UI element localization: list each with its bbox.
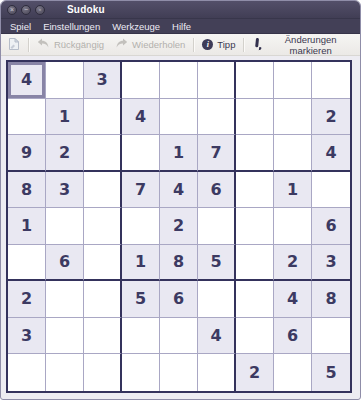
sudoku-cell-r6c8[interactable]: 8 — [312, 281, 350, 318]
sudoku-cell-r8c1[interactable] — [46, 354, 84, 391]
sudoku-cell-r0c7[interactable] — [274, 62, 312, 99]
window-controls: × − ▫ — [7, 5, 45, 15]
board-area: 43142921748374611266185232564834625 — [1, 56, 360, 393]
track-changes-button[interactable]: Änderungen markieren — [249, 33, 356, 57]
sudoku-cell-r2c5[interactable]: 7 — [198, 135, 236, 172]
redo-label: Wiederholen — [132, 39, 185, 50]
sudoku-cell-r1c4[interactable] — [160, 99, 198, 136]
toolbar-separator — [28, 38, 29, 52]
new-game-button[interactable] — [5, 36, 23, 54]
sudoku-cell-r0c0[interactable]: 4 — [8, 62, 46, 99]
sudoku-cell-r4c5[interactable] — [198, 208, 236, 245]
sudoku-cell-r3c0[interactable]: 8 — [8, 172, 46, 209]
sudoku-cell-r8c6[interactable]: 2 — [236, 354, 274, 391]
menu-spiel[interactable]: Spiel — [5, 20, 36, 33]
menu-werkzeuge[interactable]: Werkzeuge — [107, 20, 165, 33]
sudoku-cell-r3c2[interactable] — [84, 172, 122, 209]
sudoku-cell-r7c0[interactable]: 3 — [8, 318, 46, 355]
track-changes-label: Änderungen markieren — [268, 34, 353, 56]
sudoku-cell-r2c3[interactable] — [122, 135, 160, 172]
sudoku-cell-r8c8[interactable]: 5 — [312, 354, 350, 391]
sudoku-cell-r3c8[interactable] — [312, 172, 350, 209]
sudoku-window: × − ▫ Sudoku Spiel Einstellungen Werkzeu… — [0, 0, 361, 400]
sudoku-cell-r0c4[interactable] — [160, 62, 198, 99]
sudoku-cell-r8c7[interactable] — [274, 354, 312, 391]
toolbar: Rückgängig Wiederholen i Tipp Änderunge — [1, 34, 360, 56]
sudoku-cell-r4c4[interactable]: 2 — [160, 208, 198, 245]
sudoku-cell-r0c8[interactable] — [312, 62, 350, 99]
sudoku-cell-r3c6[interactable] — [236, 172, 274, 209]
sudoku-cell-r3c5[interactable]: 6 — [198, 172, 236, 209]
sudoku-cell-r6c5[interactable] — [198, 281, 236, 318]
sudoku-cell-r7c3[interactable] — [122, 318, 160, 355]
sudoku-cell-r6c6[interactable] — [236, 281, 274, 318]
sudoku-cell-r3c7[interactable]: 1 — [274, 172, 312, 209]
sudoku-cell-r7c6[interactable] — [236, 318, 274, 355]
sudoku-cell-r4c0[interactable]: 1 — [8, 208, 46, 245]
sudoku-cell-r0c2[interactable]: 3 — [84, 62, 122, 99]
sudoku-cell-r0c1[interactable] — [46, 62, 84, 99]
sudoku-cell-r5c6[interactable] — [236, 245, 274, 282]
sudoku-cell-r3c3[interactable]: 7 — [122, 172, 160, 209]
sudoku-board: 43142921748374611266185232564834625 — [6, 60, 352, 393]
menubar: Spiel Einstellungen Werkzeuge Hilfe — [1, 19, 360, 34]
menu-einstellungen[interactable]: Einstellungen — [38, 20, 105, 33]
titlebar[interactable]: × − ▫ Sudoku — [1, 1, 360, 19]
sudoku-cell-r2c7[interactable] — [274, 135, 312, 172]
sudoku-cell-r1c8[interactable]: 2 — [312, 99, 350, 136]
toolbar-separator — [243, 38, 244, 52]
undo-label: Rückgängig — [54, 39, 104, 50]
sudoku-cell-r8c2[interactable] — [84, 354, 122, 391]
sudoku-cell-r7c4[interactable] — [160, 318, 198, 355]
sudoku-cell-r8c0[interactable] — [8, 354, 46, 391]
sudoku-cell-r5c0[interactable] — [8, 245, 46, 282]
sudoku-cell-r1c7[interactable] — [274, 99, 312, 136]
hint-button[interactable]: i Tipp — [199, 38, 238, 51]
sudoku-cell-r2c4[interactable]: 1 — [160, 135, 198, 172]
sudoku-cell-r7c7[interactable]: 6 — [274, 318, 312, 355]
sudoku-cell-r7c8[interactable] — [312, 318, 350, 355]
sudoku-cell-r8c5[interactable] — [198, 354, 236, 391]
sudoku-cell-r6c0[interactable]: 2 — [8, 281, 46, 318]
undo-button[interactable]: Rückgängig — [34, 37, 107, 52]
redo-arrow-icon — [115, 38, 128, 51]
sudoku-cell-r7c2[interactable] — [84, 318, 122, 355]
sudoku-cell-r6c7[interactable]: 4 — [274, 281, 312, 318]
sudoku-cell-r4c1[interactable] — [46, 208, 84, 245]
sudoku-cell-r7c1[interactable] — [46, 318, 84, 355]
toolbar-separator — [193, 38, 194, 52]
sudoku-cell-r0c3[interactable] — [122, 62, 160, 99]
close-icon[interactable]: × — [7, 5, 17, 15]
sudoku-cell-r1c0[interactable] — [8, 99, 46, 136]
sudoku-cell-r2c1[interactable]: 2 — [46, 135, 84, 172]
sudoku-cell-r5c1[interactable]: 6 — [46, 245, 84, 282]
sudoku-cell-r1c1[interactable]: 1 — [46, 99, 84, 136]
sudoku-cell-r1c5[interactable] — [198, 99, 236, 136]
sudoku-cell-r8c4[interactable] — [160, 354, 198, 391]
sudoku-cell-r1c6[interactable] — [236, 99, 274, 136]
sudoku-cell-r5c4[interactable]: 8 — [160, 245, 198, 282]
sudoku-cell-r0c5[interactable] — [198, 62, 236, 99]
window-title: Sudoku — [67, 4, 105, 15]
pen-marker-icon — [252, 37, 264, 53]
sudoku-cell-r2c8[interactable]: 4 — [312, 135, 350, 172]
redo-button[interactable]: Wiederholen — [112, 37, 188, 52]
sudoku-cell-r6c1[interactable] — [46, 281, 84, 318]
sudoku-cell-r4c2[interactable] — [84, 208, 122, 245]
menu-hilfe[interactable]: Hilfe — [167, 20, 196, 33]
info-icon: i — [202, 39, 213, 50]
sudoku-cell-r4c7[interactable] — [274, 208, 312, 245]
sudoku-cell-r5c7[interactable]: 2 — [274, 245, 312, 282]
hint-label: Tipp — [217, 39, 235, 50]
sudoku-cell-r5c3[interactable]: 1 — [122, 245, 160, 282]
sudoku-cell-r2c0[interactable]: 9 — [8, 135, 46, 172]
sudoku-cell-r3c1[interactable]: 3 — [46, 172, 84, 209]
sudoku-cell-r6c4[interactable]: 6 — [160, 281, 198, 318]
sudoku-cell-r1c3[interactable]: 4 — [122, 99, 160, 136]
minimize-icon[interactable]: − — [21, 5, 31, 15]
sudoku-cell-r5c8[interactable]: 3 — [312, 245, 350, 282]
sudoku-cell-r4c8[interactable]: 6 — [312, 208, 350, 245]
sudoku-cell-r5c2[interactable] — [84, 245, 122, 282]
sudoku-cell-r4c3[interactable] — [122, 208, 160, 245]
sudoku-cell-r5c5[interactable]: 5 — [198, 245, 236, 282]
sudoku-cell-r0c6[interactable] — [236, 62, 274, 99]
sudoku-cell-r1c2[interactable] — [84, 99, 122, 136]
sudoku-cell-r3c4[interactable]: 4 — [160, 172, 198, 209]
sudoku-cell-r6c3[interactable]: 5 — [122, 281, 160, 318]
sudoku-cell-r7c5[interactable]: 4 — [198, 318, 236, 355]
sudoku-cell-r2c6[interactable] — [236, 135, 274, 172]
undo-arrow-icon — [37, 38, 50, 51]
new-game-document-icon — [8, 37, 20, 53]
sudoku-cell-r2c2[interactable] — [84, 135, 122, 172]
sudoku-cell-r8c3[interactable] — [122, 354, 160, 391]
maximize-icon[interactable]: ▫ — [35, 5, 45, 15]
sudoku-cell-r6c2[interactable] — [84, 281, 122, 318]
sudoku-cell-r4c6[interactable] — [236, 208, 274, 245]
